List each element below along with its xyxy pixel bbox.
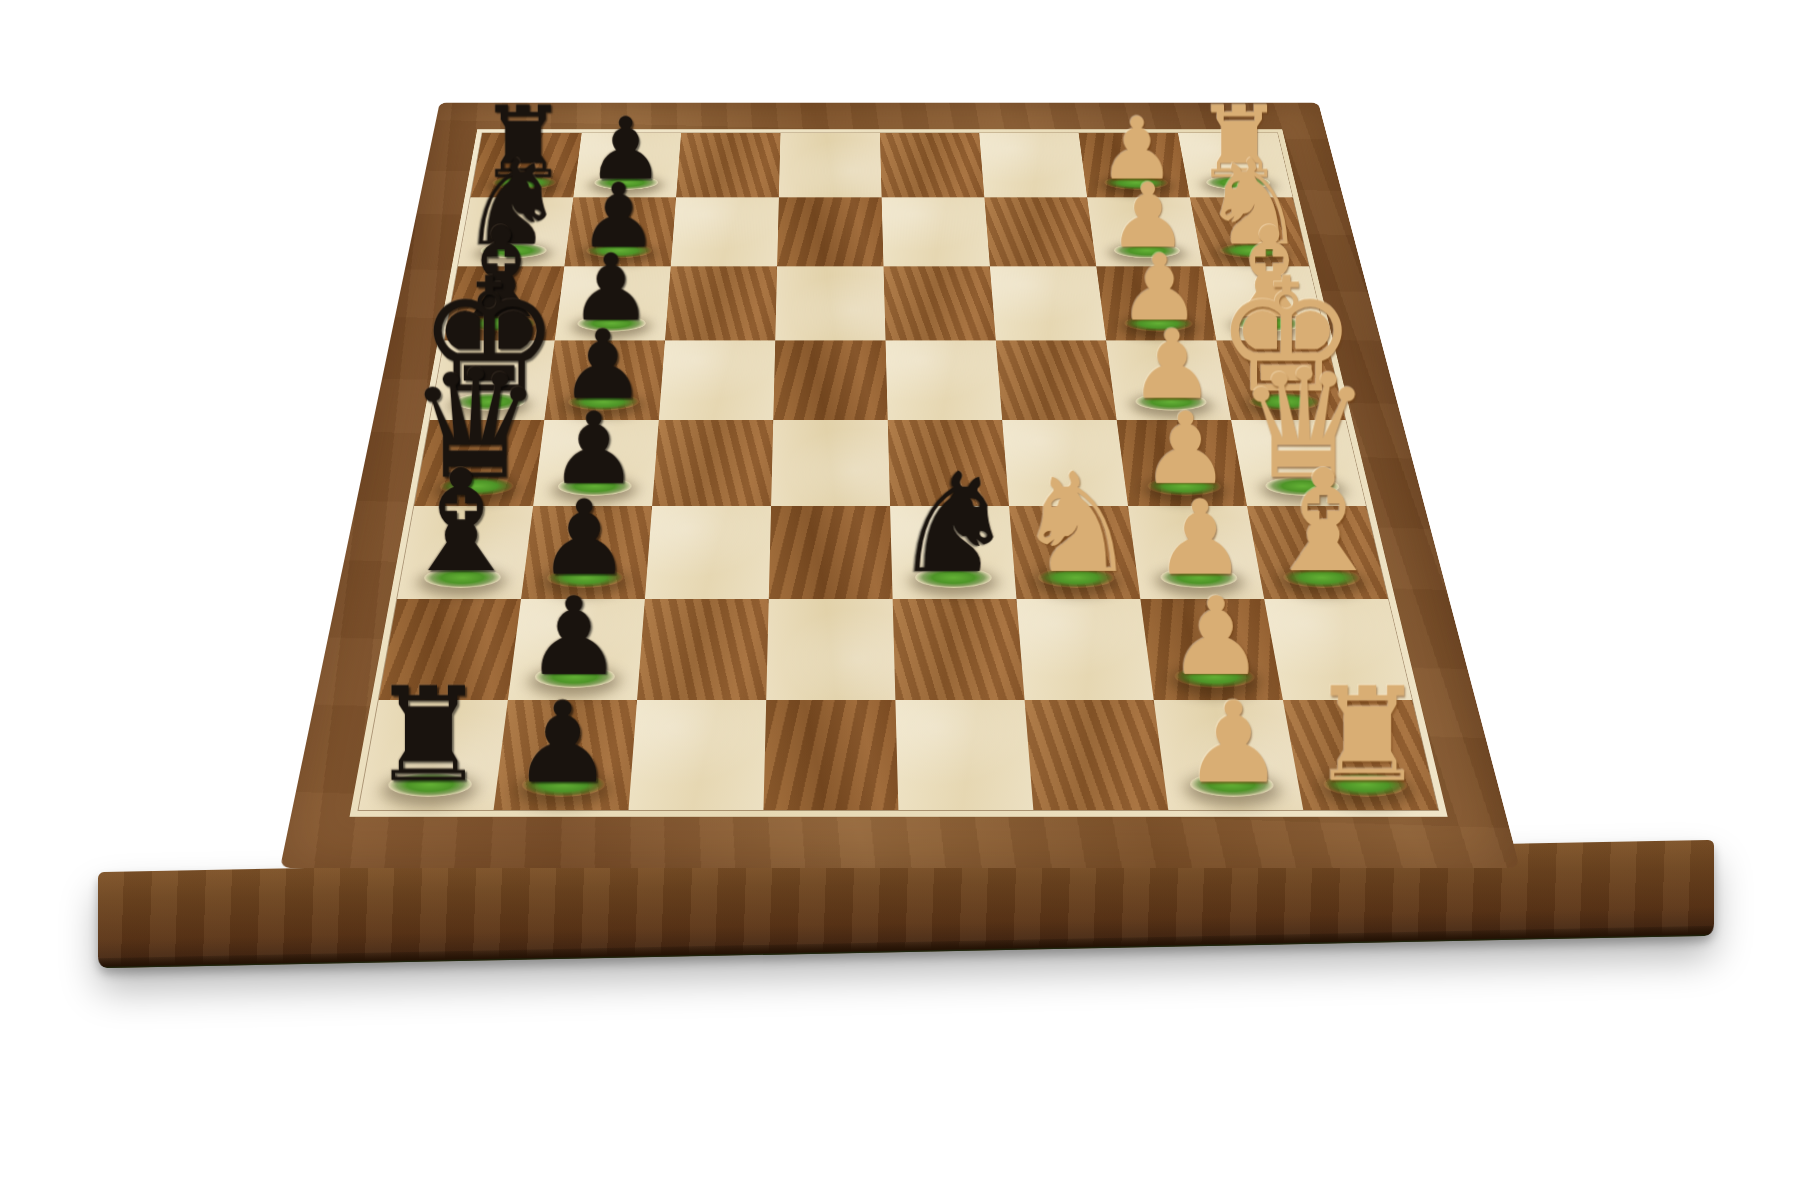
chess-board	[359, 133, 1439, 810]
square-d6[interactable]	[652, 420, 773, 506]
square-e4[interactable]	[886, 340, 1003, 420]
square-c5[interactable]	[769, 506, 893, 599]
square-h6[interactable]	[676, 133, 780, 197]
photo-stage: ♜♝♛♚♝♞♜♟♟♟♟♟♟♟♟♞♞♟♟♟♟♟♟♟♟♜♝♛♚♝♞♜	[0, 0, 1800, 1200]
square-b6[interactable]	[637, 599, 769, 700]
square-e3[interactable]	[996, 340, 1117, 420]
square-a5[interactable]	[763, 700, 898, 810]
square-d2[interactable]	[1117, 420, 1247, 506]
square-f8[interactable]	[444, 266, 564, 340]
square-b3[interactable]	[1016, 599, 1153, 700]
square-f2[interactable]	[1096, 266, 1216, 340]
square-b7[interactable]	[508, 599, 645, 700]
square-d1[interactable]	[1231, 420, 1366, 506]
square-b4[interactable]	[893, 599, 1025, 700]
square-e8[interactable]	[430, 340, 555, 420]
square-a3[interactable]	[1025, 700, 1169, 810]
square-e1[interactable]	[1216, 340, 1345, 420]
square-a7[interactable]	[494, 700, 638, 810]
square-f7[interactable]	[555, 266, 671, 340]
square-d7[interactable]	[533, 420, 659, 506]
square-c6[interactable]	[645, 506, 771, 599]
square-c1[interactable]	[1247, 506, 1388, 599]
square-a4[interactable]	[895, 700, 1033, 810]
square-b1[interactable]	[1264, 599, 1412, 700]
square-f5[interactable]	[775, 266, 885, 340]
square-e5[interactable]	[773, 340, 887, 420]
square-a1[interactable]	[1283, 700, 1438, 810]
square-b8[interactable]	[379, 599, 521, 700]
square-g2[interactable]	[1087, 197, 1203, 266]
square-c7[interactable]	[521, 506, 652, 599]
square-b2[interactable]	[1140, 599, 1283, 700]
square-c3[interactable]	[1009, 506, 1140, 599]
square-g5[interactable]	[777, 197, 883, 266]
square-h1[interactable]	[1178, 133, 1293, 197]
square-h5[interactable]	[779, 133, 882, 197]
square-a2[interactable]	[1154, 700, 1304, 810]
square-a6[interactable]	[628, 700, 766, 810]
board-3d-scene: ♜♝♛♚♝♞♜♟♟♟♟♟♟♟♟♞♞♟♟♟♟♟♟♟♟♜♝♛♚♝♞♜	[0, 0, 1800, 1200]
square-g6[interactable]	[671, 197, 779, 266]
square-g7[interactable]	[564, 197, 676, 266]
square-e6[interactable]	[659, 340, 775, 420]
square-d3[interactable]	[1002, 420, 1128, 506]
square-c4[interactable]	[890, 506, 1016, 599]
square-d5[interactable]	[771, 420, 890, 506]
square-e2[interactable]	[1106, 340, 1231, 420]
square-f4[interactable]	[884, 266, 996, 340]
square-c8[interactable]	[397, 506, 533, 599]
square-h3[interactable]	[979, 133, 1087, 197]
square-g1[interactable]	[1190, 197, 1309, 266]
square-d4[interactable]	[888, 420, 1009, 506]
square-g4[interactable]	[882, 197, 990, 266]
square-h8[interactable]	[471, 133, 582, 197]
square-g8[interactable]	[458, 197, 573, 266]
square-c2[interactable]	[1128, 506, 1264, 599]
square-b5[interactable]	[766, 599, 895, 700]
square-e7[interactable]	[544, 340, 665, 420]
square-g3[interactable]	[984, 197, 1096, 266]
square-a8[interactable]	[359, 700, 508, 810]
square-h2[interactable]	[1079, 133, 1190, 197]
board-plane: ♜♝♛♚♝♞♜♟♟♟♟♟♟♟♟♞♞♟♟♟♟♟♟♟♟♜♝♛♚♝♞♜	[280, 103, 1520, 868]
square-f1[interactable]	[1203, 266, 1327, 340]
square-h4[interactable]	[880, 133, 985, 197]
square-f3[interactable]	[990, 266, 1106, 340]
square-d8[interactable]	[414, 420, 544, 506]
square-h7[interactable]	[573, 133, 681, 197]
square-f6[interactable]	[665, 266, 777, 340]
